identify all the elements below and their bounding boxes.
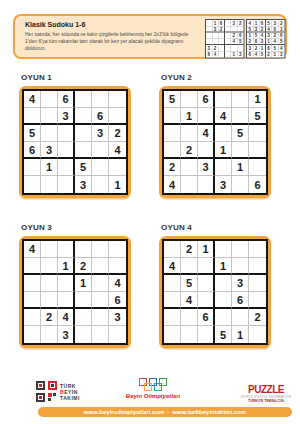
puzzle-2-board: 5611454521231436 bbox=[159, 86, 271, 198]
square-teal-icon bbox=[154, 383, 162, 391]
cell-r2c3[interactable] bbox=[198, 108, 215, 125]
cell-r4c6[interactable] bbox=[249, 292, 266, 309]
cell-r6c5[interactable] bbox=[232, 176, 249, 193]
cell-r3c4[interactable] bbox=[215, 275, 232, 292]
header-description: Her satırda, her sütunda ve kalın çizgil… bbox=[25, 31, 197, 52]
cell-r5c2[interactable] bbox=[181, 309, 198, 326]
cell-r6c2[interactable] bbox=[181, 176, 198, 193]
cell-r6c6[interactable] bbox=[109, 326, 126, 343]
cell-r5c4[interactable]: 5 bbox=[75, 159, 92, 176]
cell-r4c3[interactable] bbox=[198, 142, 215, 159]
cell-r1c4[interactable] bbox=[215, 91, 232, 108]
cell-r3c2[interactable] bbox=[41, 275, 58, 292]
cell-r2c1[interactable] bbox=[24, 258, 41, 275]
cell-r5c6[interactable]: 3 bbox=[109, 309, 126, 326]
cell-r5c4[interactable] bbox=[215, 309, 232, 326]
cell-r1c5[interactable] bbox=[92, 241, 109, 258]
cell-r5c6[interactable] bbox=[249, 159, 266, 176]
cell-r4c6[interactable]: 6 bbox=[109, 292, 126, 309]
cell-r3c4[interactable] bbox=[75, 125, 92, 142]
cell-r5c1[interactable] bbox=[24, 159, 41, 176]
puzzle-2-label: OYUN 2 bbox=[161, 73, 192, 82]
cell-r2c4[interactable]: 2 bbox=[75, 258, 92, 275]
cell-r1c4[interactable] bbox=[75, 91, 92, 108]
cell-r6c4[interactable]: 3 bbox=[75, 176, 92, 193]
logo-line-beyin: BEYİN bbox=[60, 389, 80, 395]
cell-r4c4[interactable] bbox=[75, 142, 92, 159]
cell-r2c1[interactable] bbox=[164, 108, 181, 125]
cell-r5c5[interactable] bbox=[92, 309, 109, 326]
cell-r4c1[interactable]: 6 bbox=[24, 142, 41, 159]
square-orange-icon bbox=[144, 383, 152, 391]
cell-r6c5[interactable] bbox=[92, 176, 109, 193]
page-title: Klasik Sudoku 1-6 bbox=[25, 21, 85, 28]
cell-r3c1[interactable] bbox=[24, 275, 41, 292]
cell-r4c3[interactable] bbox=[58, 292, 75, 309]
beyin-olimpiyatlari-text: Beyin Olimpiyatları bbox=[124, 393, 182, 399]
cell-r2c4[interactable]: 1 bbox=[215, 258, 232, 275]
cell-r4c6[interactable] bbox=[249, 142, 266, 159]
cell-r6c1[interactable] bbox=[164, 326, 181, 343]
cell-r6c3[interactable] bbox=[58, 176, 75, 193]
example-grid-solved: 416532532461154326263145321654645213 bbox=[246, 19, 286, 59]
puzzle-4-label: OYUN 4 bbox=[161, 223, 192, 232]
cell-r5c3[interactable]: 6 bbox=[198, 309, 215, 326]
cell-r3c5[interactable]: 5 bbox=[232, 125, 249, 142]
cell-r4c5[interactable] bbox=[92, 142, 109, 159]
cell-r5c2[interactable] bbox=[181, 159, 198, 176]
cell-r2c4[interactable]: 4 bbox=[215, 108, 232, 125]
cell-r2c3[interactable]: 3 bbox=[58, 108, 75, 125]
cell-r3c6[interactable] bbox=[249, 275, 266, 292]
cell-r3c2[interactable] bbox=[181, 125, 198, 142]
cell-r5c2[interactable]: 2 bbox=[41, 309, 58, 326]
cell-r4c5[interactable] bbox=[232, 142, 249, 159]
cell-r5c3[interactable]: 4 bbox=[58, 309, 75, 326]
wpf-caption-temsilcisi: TÜRKİYE TEMSİLCİSİ bbox=[238, 399, 294, 403]
cell-r2c5[interactable] bbox=[232, 108, 249, 125]
cell-r6c2[interactable] bbox=[41, 326, 58, 343]
example-grid-unsolved: 1632322645326413 bbox=[205, 19, 245, 59]
cell-r2c1[interactable]: 4 bbox=[164, 258, 181, 275]
cell-r4c5[interactable] bbox=[92, 292, 109, 309]
cell-r6c4[interactable] bbox=[75, 326, 92, 343]
cell-r5c1[interactable] bbox=[24, 309, 41, 326]
cell-r5c1[interactable]: 2 bbox=[164, 159, 181, 176]
turk-beyin-takimi-logo-icon bbox=[36, 381, 57, 402]
cell-r1c4[interactable] bbox=[215, 241, 232, 258]
cell-r2c2[interactable] bbox=[41, 258, 58, 275]
cell-r1c1[interactable] bbox=[164, 241, 181, 258]
cell-r6c3[interactable] bbox=[198, 176, 215, 193]
cell-r1c3[interactable]: 1 bbox=[198, 241, 215, 258]
cell-r6c6[interactable]: 6 bbox=[249, 176, 266, 193]
cell-r1c1[interactable]: 5 bbox=[164, 91, 181, 108]
cell-r6c1[interactable] bbox=[24, 326, 41, 343]
cell-r2c2[interactable] bbox=[41, 108, 58, 125]
cell-r4c1[interactable] bbox=[24, 292, 41, 309]
page: Klasik Sudoku 1-6 Her satırda, her sütun… bbox=[0, 0, 300, 424]
cell-r6c5[interactable]: 1 bbox=[232, 326, 249, 343]
logo-line-takimi: TAKIMI bbox=[60, 395, 80, 401]
cell-r4c1[interactable] bbox=[164, 142, 181, 159]
cell-r6c2[interactable] bbox=[41, 176, 58, 193]
cell-r5c3[interactable] bbox=[58, 159, 75, 176]
cell-r3c1[interactable] bbox=[164, 125, 181, 142]
header-panel: Klasik Sudoku 1-6 Her satırda, her sütun… bbox=[13, 14, 287, 59]
cell-r1c2[interactable] bbox=[181, 91, 198, 108]
turk-beyin-takimi-logo-text: TÜRK BEYİN TAKIMI bbox=[60, 383, 80, 401]
cell-r4c5[interactable]: 6 bbox=[232, 292, 249, 309]
cell-r1c3[interactable]: 6 bbox=[58, 91, 75, 108]
cell-r6c2[interactable] bbox=[181, 326, 198, 343]
cell-r4c2[interactable]: 4 bbox=[181, 292, 198, 309]
cell-r6c3[interactable] bbox=[198, 326, 215, 343]
puzzle-3-label: OYUN 3 bbox=[21, 223, 52, 232]
website-url-bar: www.beyinolimpiyatlari.com - www.turkbey… bbox=[38, 407, 292, 417]
cell-r2c4[interactable] bbox=[75, 108, 92, 125]
cell-r1c6[interactable] bbox=[249, 241, 266, 258]
cell-r2c2[interactable] bbox=[181, 258, 198, 275]
cell-r6c6: 3 bbox=[278, 51, 284, 57]
cell-r2c2[interactable]: 1 bbox=[181, 108, 198, 125]
cell-r6c1[interactable]: 4 bbox=[164, 176, 181, 193]
cell-r1c6[interactable] bbox=[109, 91, 126, 108]
cell-r4c2[interactable] bbox=[41, 292, 58, 309]
cell-r4c3[interactable] bbox=[198, 292, 215, 309]
cell-r3c3[interactable] bbox=[58, 275, 75, 292]
cell-r2c6[interactable] bbox=[109, 258, 126, 275]
cell-r5c3[interactable]: 3 bbox=[198, 159, 215, 176]
cell-r3c5[interactable] bbox=[92, 275, 109, 292]
cell-r4c4[interactable] bbox=[215, 292, 232, 309]
puzzle-4-board: 214153466251 bbox=[159, 236, 271, 348]
cell-r6c6: 3 bbox=[237, 51, 243, 57]
cell-r2c6[interactable]: 5 bbox=[249, 108, 266, 125]
cell-r1c6[interactable] bbox=[109, 241, 126, 258]
turk-beyin-takimi-logo: TÜRK BEYİN TAKIMI bbox=[36, 381, 80, 402]
cell-r4c4[interactable] bbox=[75, 292, 92, 309]
cell-r5c2[interactable]: 1 bbox=[41, 159, 58, 176]
cell-r4c2[interactable]: 3 bbox=[41, 142, 58, 159]
cell-r4c3[interactable] bbox=[58, 142, 75, 159]
cell-r3c6[interactable]: 4 bbox=[109, 275, 126, 292]
cell-r1c5[interactable] bbox=[232, 241, 249, 258]
cell-r2c5[interactable]: 6 bbox=[92, 108, 109, 125]
cell-r2c1[interactable] bbox=[24, 108, 41, 125]
puzzle-3-board: 4121462433 bbox=[19, 236, 131, 348]
cell-r2c6[interactable] bbox=[109, 108, 126, 125]
cell-r5c5[interactable] bbox=[232, 309, 249, 326]
cell-r1c4[interactable] bbox=[75, 241, 92, 258]
cell-r3c3[interactable]: 4 bbox=[198, 125, 215, 142]
cell-r2c5[interactable] bbox=[92, 258, 109, 275]
cell-r5c6[interactable]: 2 bbox=[249, 309, 266, 326]
url-turkbeyintakimi[interactable]: www.turkbeyintakimi.com bbox=[172, 409, 246, 415]
cell-r6c6[interactable]: 1 bbox=[109, 176, 126, 193]
cell-r1c2[interactable] bbox=[41, 241, 58, 258]
beyin-olimpiyatlari-logo: Beyin Olimpiyatları bbox=[124, 378, 182, 399]
cell-r6c4[interactable]: 3 bbox=[215, 176, 232, 193]
cell-r3c3[interactable] bbox=[58, 125, 75, 142]
cell-r6c5[interactable] bbox=[92, 326, 109, 343]
cell-r5c1[interactable] bbox=[164, 309, 181, 326]
cell-r3c1[interactable] bbox=[164, 275, 181, 292]
cell-r1c5[interactable] bbox=[92, 91, 109, 108]
cell-r3c2[interactable]: 5 bbox=[181, 275, 198, 292]
cell-r6c1[interactable] bbox=[24, 176, 41, 193]
url-beyinolimpiyatlari[interactable]: www.beyinolimpiyatlari.com bbox=[84, 409, 164, 415]
cell-r3c5[interactable]: 3 bbox=[232, 275, 249, 292]
puzzle-1-board: 46365326341531 bbox=[19, 86, 131, 198]
cell-r6c4[interactable]: 5 bbox=[215, 326, 232, 343]
cell-r5c4[interactable] bbox=[75, 309, 92, 326]
url-separator: - bbox=[167, 409, 169, 415]
cell-r5c5[interactable] bbox=[92, 159, 109, 176]
cell-r3c2[interactable] bbox=[41, 125, 58, 142]
cell-r3c4[interactable]: 1 bbox=[75, 275, 92, 292]
cell-r1c5[interactable] bbox=[232, 91, 249, 108]
cell-r3c6[interactable]: 2 bbox=[109, 125, 126, 142]
cell-r3c4[interactable] bbox=[215, 125, 232, 142]
cell-r3c1[interactable]: 5 bbox=[24, 125, 41, 142]
cell-r3c6[interactable] bbox=[249, 125, 266, 142]
cell-r3c5[interactable]: 3 bbox=[92, 125, 109, 142]
cell-r2c5[interactable] bbox=[232, 258, 249, 275]
cell-r4c2[interactable]: 2 bbox=[181, 142, 198, 159]
cell-r1c3[interactable] bbox=[58, 241, 75, 258]
cell-r4c6[interactable]: 4 bbox=[109, 142, 126, 159]
cell-r1c3[interactable]: 6 bbox=[198, 91, 215, 108]
cell-r5c6[interactable] bbox=[109, 159, 126, 176]
cell-r6c3[interactable]: 3 bbox=[58, 326, 75, 343]
cell-r1c2[interactable]: 2 bbox=[181, 241, 198, 258]
cell-r4c4[interactable]: 1 bbox=[215, 142, 232, 159]
cell-r3c3[interactable] bbox=[198, 275, 215, 292]
cell-r4c1[interactable] bbox=[164, 292, 181, 309]
cell-r5c5[interactable]: 1 bbox=[232, 159, 249, 176]
cell-r2c6[interactable] bbox=[249, 258, 266, 275]
cell-r2c3[interactable] bbox=[198, 258, 215, 275]
cell-r6c6[interactable] bbox=[249, 326, 266, 343]
cell-r1c1[interactable]: 4 bbox=[24, 241, 41, 258]
wpf-logo-word: PUZZLE bbox=[238, 384, 294, 395]
cell-r2c3[interactable]: 1 bbox=[58, 258, 75, 275]
cell-r5c4[interactable] bbox=[215, 159, 232, 176]
puzzle-1-label: OYUN 1 bbox=[21, 73, 52, 82]
cell-r1c6[interactable]: 1 bbox=[249, 91, 266, 108]
cell-r1c2[interactable] bbox=[41, 91, 58, 108]
wpf-turkiye-logo: PUZZLE WORLD PUZZLE FEDERATION TÜRKİYE T… bbox=[238, 384, 294, 403]
cell-r1c1[interactable]: 4 bbox=[24, 91, 41, 108]
